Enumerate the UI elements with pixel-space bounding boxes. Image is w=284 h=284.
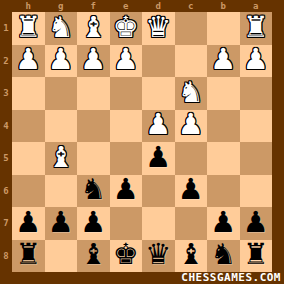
rank-label: 1: [0, 12, 12, 45]
board-square[interactable]: ♟: [110, 45, 143, 78]
board-square[interactable]: [175, 12, 208, 45]
board-square[interactable]: [12, 175, 45, 208]
white-king-piece[interactable]: ♚: [113, 13, 139, 42]
black-bishop-piece[interactable]: ♝: [178, 240, 204, 269]
white-pawn-piece[interactable]: ♟: [15, 45, 41, 74]
board-square[interactable]: [77, 77, 110, 110]
board-square[interactable]: ♜: [12, 12, 45, 45]
board-square[interactable]: [110, 110, 143, 143]
board-square[interactable]: ♟: [77, 207, 110, 240]
board-square[interactable]: [77, 142, 110, 175]
rank-label: 4: [0, 110, 12, 143]
board-square[interactable]: ♟: [240, 207, 273, 240]
board-square[interactable]: ♟: [12, 45, 45, 78]
rank-labels: 12345678: [0, 12, 12, 272]
board-square[interactable]: ♝: [45, 142, 78, 175]
board-square[interactable]: ♞: [207, 240, 240, 273]
board-square[interactable]: ♟: [77, 45, 110, 78]
board-square[interactable]: ♞: [77, 175, 110, 208]
black-pawn-piece[interactable]: ♟: [15, 208, 41, 237]
file-label: b: [207, 0, 240, 12]
board-square[interactable]: [45, 175, 78, 208]
board-square[interactable]: [142, 45, 175, 78]
board-square[interactable]: ♟: [45, 207, 78, 240]
board-square[interactable]: [142, 207, 175, 240]
board-square[interactable]: [12, 142, 45, 175]
board-square[interactable]: ♚: [110, 12, 143, 45]
chess-board: ♜♞♝♚♛♜♟♟♟♟♟♟♞♟♟♝♟♞♟♟♟♟♟♟♟♜♝♚♛♝♞♜: [12, 12, 272, 272]
rank-label: 3: [0, 77, 12, 110]
white-bishop-piece[interactable]: ♝: [48, 143, 74, 172]
board-square[interactable]: [12, 110, 45, 143]
board-square[interactable]: [207, 12, 240, 45]
board-square[interactable]: ♝: [77, 12, 110, 45]
board-square[interactable]: [175, 207, 208, 240]
white-pawn-piece[interactable]: ♟: [48, 45, 74, 74]
board-square[interactable]: [207, 77, 240, 110]
board-square[interactable]: [240, 77, 273, 110]
board-square[interactable]: ♚: [110, 240, 143, 273]
white-pawn-piece[interactable]: ♟: [178, 110, 204, 139]
board-square[interactable]: ♛: [142, 240, 175, 273]
board-square[interactable]: ♟: [207, 45, 240, 78]
white-pawn-piece[interactable]: ♟: [113, 45, 139, 74]
black-pawn-piece[interactable]: ♟: [210, 208, 236, 237]
board-square[interactable]: [240, 175, 273, 208]
black-knight-piece[interactable]: ♞: [210, 240, 236, 269]
board-square[interactable]: ♟: [240, 45, 273, 78]
white-pawn-piece[interactable]: ♟: [80, 45, 106, 74]
board-square[interactable]: ♟: [175, 175, 208, 208]
rank-label: 5: [0, 142, 12, 175]
board-square[interactable]: [240, 110, 273, 143]
black-rook-piece[interactable]: ♜: [243, 240, 269, 269]
black-pawn-piece[interactable]: ♟: [145, 143, 171, 172]
chess-board-frame: hgfedcba 12345678 ♜♞♝♚♛♜♟♟♟♟♟♟♞♟♟♝♟♞♟♟♟♟…: [0, 0, 284, 284]
board-square[interactable]: [110, 77, 143, 110]
black-king-piece[interactable]: ♚: [113, 240, 139, 269]
board-square[interactable]: [175, 142, 208, 175]
board-square[interactable]: ♟: [45, 45, 78, 78]
white-bishop-piece[interactable]: ♝: [80, 13, 106, 42]
board-square[interactable]: ♟: [110, 175, 143, 208]
board-square[interactable]: ♜: [240, 12, 273, 45]
rank-label: 8: [0, 240, 12, 273]
board-square[interactable]: ♟: [142, 142, 175, 175]
board-square[interactable]: [77, 110, 110, 143]
board-square[interactable]: ♞: [175, 77, 208, 110]
black-pawn-piece[interactable]: ♟: [48, 208, 74, 237]
board-square[interactable]: [110, 142, 143, 175]
white-rook-piece[interactable]: ♜: [15, 13, 41, 42]
board-square[interactable]: ♝: [175, 240, 208, 273]
rank-label: 7: [0, 207, 12, 240]
white-knight-piece[interactable]: ♞: [178, 78, 204, 107]
black-pawn-piece[interactable]: ♟: [80, 208, 106, 237]
board-square[interactable]: ♞: [45, 12, 78, 45]
board-square[interactable]: ♟: [207, 207, 240, 240]
board-square[interactable]: ♜: [240, 240, 273, 273]
board-square[interactable]: ♝: [77, 240, 110, 273]
black-pawn-piece[interactable]: ♟: [178, 175, 204, 204]
board-square[interactable]: ♟: [175, 110, 208, 143]
board-square[interactable]: [45, 110, 78, 143]
board-square[interactable]: [207, 142, 240, 175]
board-square[interactable]: [207, 175, 240, 208]
site-credit: CHESSGAMES.COM: [181, 272, 281, 283]
board-square[interactable]: [207, 110, 240, 143]
black-queen-piece[interactable]: ♛: [145, 240, 171, 269]
board-square[interactable]: [175, 45, 208, 78]
board-square[interactable]: [142, 77, 175, 110]
black-pawn-piece[interactable]: ♟: [243, 208, 269, 237]
board-square[interactable]: [45, 240, 78, 273]
board-square[interactable]: ♟: [12, 207, 45, 240]
black-knight-piece[interactable]: ♞: [80, 175, 106, 204]
board-square[interactable]: ♜: [12, 240, 45, 273]
file-label: c: [175, 0, 208, 12]
white-queen-piece[interactable]: ♛: [145, 13, 171, 42]
white-knight-piece[interactable]: ♞: [48, 13, 74, 42]
rank-label: 2: [0, 45, 12, 78]
black-bishop-piece[interactable]: ♝: [80, 240, 106, 269]
black-pawn-piece[interactable]: ♟: [113, 175, 139, 204]
board-square[interactable]: ♟: [142, 110, 175, 143]
board-square[interactable]: [45, 77, 78, 110]
white-pawn-piece[interactable]: ♟: [243, 45, 269, 74]
board-square[interactable]: [240, 142, 273, 175]
white-pawn-piece[interactable]: ♟: [145, 110, 171, 139]
board-square[interactable]: [110, 207, 143, 240]
board-square[interactable]: [142, 175, 175, 208]
rank-label: 6: [0, 175, 12, 208]
white-rook-piece[interactable]: ♜: [243, 13, 269, 42]
black-rook-piece[interactable]: ♜: [15, 240, 41, 269]
white-pawn-piece[interactable]: ♟: [210, 45, 236, 74]
board-square[interactable]: [12, 77, 45, 110]
board-square[interactable]: ♛: [142, 12, 175, 45]
